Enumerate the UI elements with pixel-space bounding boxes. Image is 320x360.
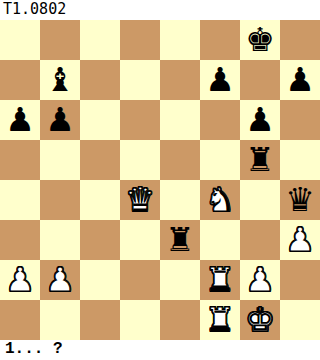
square-e8[interactable] (160, 20, 200, 60)
black-pawn[interactable]: ♟ (285, 60, 315, 100)
square-a1[interactable] (0, 300, 40, 340)
square-f2[interactable]: ♜ (200, 260, 240, 300)
black-pawn[interactable]: ♟ (205, 60, 235, 100)
square-f3[interactable] (200, 220, 240, 260)
square-c3[interactable] (80, 220, 120, 260)
square-e3[interactable]: ♜ (160, 220, 200, 260)
black-queen[interactable]: ♛ (285, 180, 315, 220)
square-d2[interactable] (120, 260, 160, 300)
square-b2[interactable]: ♟ (40, 260, 80, 300)
square-b4[interactable] (40, 180, 80, 220)
square-g5[interactable]: ♜ (240, 140, 280, 180)
white-pawn[interactable]: ♟ (285, 220, 315, 260)
white-pawn[interactable]: ♟ (5, 260, 35, 300)
square-c7[interactable] (80, 60, 120, 100)
square-d5[interactable] (120, 140, 160, 180)
square-c1[interactable] (80, 300, 120, 340)
white-knight[interactable]: ♞ (205, 180, 235, 220)
square-e6[interactable] (160, 100, 200, 140)
square-d1[interactable] (120, 300, 160, 340)
square-c6[interactable] (80, 100, 120, 140)
square-h1[interactable] (280, 300, 320, 340)
square-a7[interactable] (0, 60, 40, 100)
square-e1[interactable] (160, 300, 200, 340)
white-rook[interactable]: ♜ (205, 260, 235, 300)
square-f1[interactable]: ♜ (200, 300, 240, 340)
square-g1[interactable]: ♚ (240, 300, 280, 340)
square-b8[interactable] (40, 20, 80, 60)
square-h5[interactable] (280, 140, 320, 180)
chess-board: ♚♝♟♟♟♟♟♜♛♞♛♜♟♟♟♜♟♜♚ (0, 20, 320, 340)
square-h4[interactable]: ♛ (280, 180, 320, 220)
black-rook[interactable]: ♜ (245, 140, 275, 180)
square-g7[interactable] (240, 60, 280, 100)
square-a8[interactable] (0, 20, 40, 60)
move-prompt: 1... ? (0, 340, 320, 360)
square-a4[interactable] (0, 180, 40, 220)
square-e2[interactable] (160, 260, 200, 300)
black-bishop[interactable]: ♝ (45, 60, 75, 100)
square-g2[interactable]: ♟ (240, 260, 280, 300)
square-h8[interactable] (280, 20, 320, 60)
square-b5[interactable] (40, 140, 80, 180)
square-b1[interactable] (40, 300, 80, 340)
white-king[interactable]: ♚ (245, 300, 275, 340)
square-g3[interactable] (240, 220, 280, 260)
square-h6[interactable] (280, 100, 320, 140)
puzzle-title: T1.0802 (0, 0, 320, 20)
square-d4[interactable]: ♛ (120, 180, 160, 220)
square-c4[interactable] (80, 180, 120, 220)
square-d3[interactable] (120, 220, 160, 260)
square-g8[interactable]: ♚ (240, 20, 280, 60)
black-pawn[interactable]: ♟ (45, 100, 75, 140)
black-king[interactable]: ♚ (245, 20, 275, 60)
square-b6[interactable]: ♟ (40, 100, 80, 140)
square-d6[interactable] (120, 100, 160, 140)
square-d7[interactable] (120, 60, 160, 100)
black-pawn[interactable]: ♟ (5, 100, 35, 140)
white-queen[interactable]: ♛ (125, 180, 155, 220)
square-b7[interactable]: ♝ (40, 60, 80, 100)
square-a2[interactable]: ♟ (0, 260, 40, 300)
square-h3[interactable]: ♟ (280, 220, 320, 260)
square-e5[interactable] (160, 140, 200, 180)
white-pawn[interactable]: ♟ (245, 260, 275, 300)
black-pawn[interactable]: ♟ (245, 100, 275, 140)
square-a3[interactable] (0, 220, 40, 260)
square-c2[interactable] (80, 260, 120, 300)
square-f5[interactable] (200, 140, 240, 180)
square-e7[interactable] (160, 60, 200, 100)
chess-puzzle-window: T1.0802 ♚♝♟♟♟♟♟♜♛♞♛♜♟♟♟♜♟♜♚ 1... ? (0, 0, 320, 360)
square-f8[interactable] (200, 20, 240, 60)
square-g4[interactable] (240, 180, 280, 220)
square-f7[interactable]: ♟ (200, 60, 240, 100)
square-e4[interactable] (160, 180, 200, 220)
square-f4[interactable]: ♞ (200, 180, 240, 220)
square-h2[interactable] (280, 260, 320, 300)
black-rook[interactable]: ♜ (165, 220, 195, 260)
square-d8[interactable] (120, 20, 160, 60)
white-pawn[interactable]: ♟ (45, 260, 75, 300)
square-a6[interactable]: ♟ (0, 100, 40, 140)
white-rook[interactable]: ♜ (205, 300, 235, 340)
square-f6[interactable] (200, 100, 240, 140)
square-g6[interactable]: ♟ (240, 100, 280, 140)
square-c5[interactable] (80, 140, 120, 180)
square-a5[interactable] (0, 140, 40, 180)
square-h7[interactable]: ♟ (280, 60, 320, 100)
square-c8[interactable] (80, 20, 120, 60)
square-b3[interactable] (40, 220, 80, 260)
